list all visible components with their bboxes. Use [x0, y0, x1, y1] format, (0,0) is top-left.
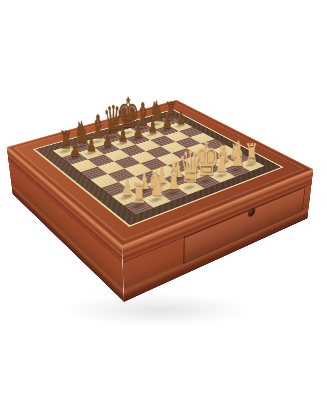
ground-shadow	[58, 292, 258, 328]
piece-glyph-pawn: ♟	[56, 139, 93, 159]
product-photo-chess-set: ♜♞♝♛♚♝♞♜♟♟♟♟♟♟♟♟♟♟♟♟♟♟♟♟♜♞♝♛♚♝♞♜	[0, 0, 327, 400]
scene: ♜♞♝♛♚♝♞♜♟♟♟♟♟♟♟♟♟♟♟♟♟♟♟♟♜♞♝♛♚♝♞♜	[0, 0, 327, 400]
piece-glyph-rook: ♜	[117, 179, 160, 208]
chess-box: ♜♞♝♛♚♝♞♜♟♟♟♟♟♟♟♟♟♟♟♟♟♟♟♟♜♞♝♛♚♝♞♜	[7, 100, 314, 246]
